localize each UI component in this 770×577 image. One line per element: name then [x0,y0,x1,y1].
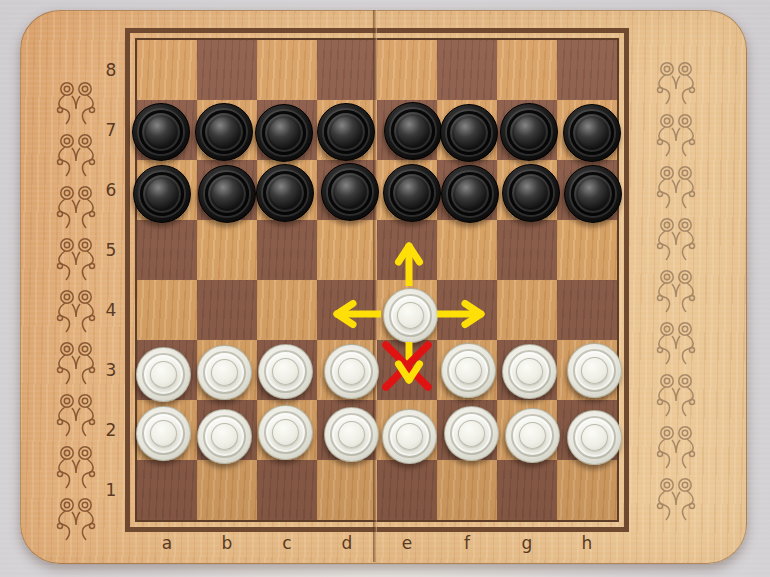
square-c5[interactable] [257,220,317,280]
square-d1[interactable] [317,460,377,520]
checker-black-d6[interactable] [321,163,379,221]
file-label-f: f [454,533,480,553]
checker-white-f2[interactable] [444,406,499,461]
file-label-e: e [394,533,420,553]
square-b5[interactable] [197,220,257,280]
checker-black-f6[interactable] [441,165,499,223]
file-label-h: h [574,533,600,553]
checkers-board-photo: 87654321abcdefgh [0,0,770,577]
checker-black-b7[interactable] [195,103,253,161]
square-h4[interactable] [557,280,617,340]
rank-label-4: 4 [98,300,124,320]
file-label-b: b [214,533,240,553]
square-d5[interactable] [317,220,377,280]
square-c4[interactable] [257,280,317,340]
rank-label-5: 5 [98,240,124,260]
square-c8[interactable] [257,40,317,100]
square-e5[interactable] [377,220,437,280]
square-b4[interactable] [197,280,257,340]
file-label-c: c [274,533,300,553]
checker-black-d7[interactable] [317,103,375,161]
rank-label-8: 8 [98,60,124,80]
square-a1[interactable] [137,460,197,520]
checker-white-f3[interactable] [441,343,496,398]
checker-black-c6[interactable] [256,164,314,222]
square-d4[interactable] [317,280,377,340]
rank-label-6: 6 [98,180,124,200]
checker-black-a7[interactable] [132,103,190,161]
rank-label-3: 3 [98,360,124,380]
file-label-g: g [514,533,540,553]
checker-white-c3[interactable] [258,344,313,399]
checker-white-e2[interactable] [382,409,437,464]
checker-black-h7[interactable] [563,104,621,162]
square-d8[interactable] [317,40,377,100]
file-label-a: a [154,533,180,553]
checker-white-d3[interactable] [324,344,379,399]
checker-white-b2[interactable] [197,409,252,464]
checker-white-e4[interactable] [383,288,438,343]
square-f8[interactable] [437,40,497,100]
checker-black-e7[interactable] [384,102,442,160]
square-a4[interactable] [137,280,197,340]
checker-white-a2[interactable] [136,406,191,461]
square-f4[interactable] [437,280,497,340]
square-g1[interactable] [497,460,557,520]
checker-white-h3[interactable] [567,343,622,398]
checker-white-g2[interactable] [505,408,560,463]
checker-black-a6[interactable] [133,165,191,223]
square-h8[interactable] [557,40,617,100]
checker-black-c7[interactable] [255,104,313,162]
checker-black-g7[interactable] [500,103,558,161]
square-e3[interactable] [377,340,437,400]
checker-white-d2[interactable] [324,407,379,462]
square-e8[interactable] [377,40,437,100]
checker-white-g3[interactable] [502,344,557,399]
square-g5[interactable] [497,220,557,280]
square-f1[interactable] [437,460,497,520]
checker-white-b3[interactable] [197,345,252,400]
file-label-d: d [334,533,360,553]
checker-white-h2[interactable] [567,410,622,465]
square-g8[interactable] [497,40,557,100]
square-h5[interactable] [557,220,617,280]
rank-label-1: 1 [98,480,124,500]
checker-white-c2[interactable] [258,405,313,460]
checker-black-g6[interactable] [502,164,560,222]
rank-label-2: 2 [98,420,124,440]
checker-black-f7[interactable] [440,104,498,162]
checker-black-b6[interactable] [198,165,256,223]
square-a8[interactable] [137,40,197,100]
square-e1[interactable] [377,460,437,520]
square-c1[interactable] [257,460,317,520]
square-b8[interactable] [197,40,257,100]
square-f5[interactable] [437,220,497,280]
checker-black-h6[interactable] [564,165,622,223]
checker-white-a3[interactable] [136,347,191,402]
square-a5[interactable] [137,220,197,280]
checker-black-e6[interactable] [383,164,441,222]
square-b1[interactable] [197,460,257,520]
square-h1[interactable] [557,460,617,520]
rank-label-7: 7 [98,120,124,140]
square-g4[interactable] [497,280,557,340]
